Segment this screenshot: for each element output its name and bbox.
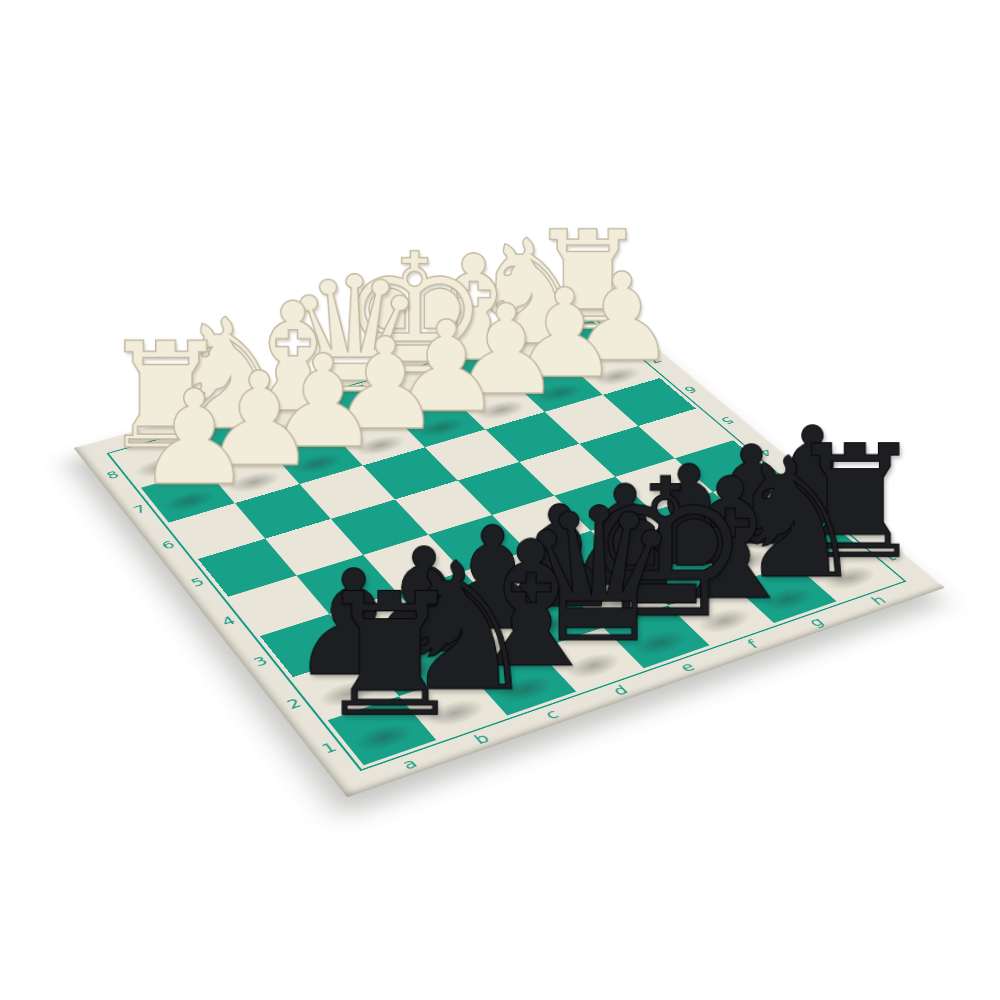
photo-stage: abcdefgh abcdefgh 87654321 87654321 ♜♞♝♛… [0,0,1000,1000]
piece-black-rook-a1[interactable]: ♜ [314,571,466,740]
chess-board: ♜♞♝♛♚♝♞♜♟♟♟♟♟♟♟♟♟♟♟♟♟♟♟♟♜♞♝♛♚♝♞♜ [114,320,898,765]
chess-mat: abcdefgh abcdefgh 87654321 87654321 ♜♞♝♛… [74,301,945,797]
